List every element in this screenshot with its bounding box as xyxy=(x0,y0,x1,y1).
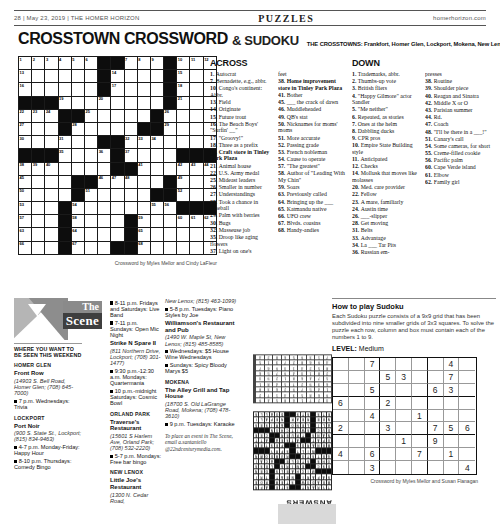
scene-addr: (811 Northern Drive, Lockport; (708) 301… xyxy=(110,348,162,367)
crossword-black-cell xyxy=(125,242,137,254)
answer-letter-cell: I xyxy=(254,459,258,463)
crossword-cell[interactable]: 2 xyxy=(32,57,44,69)
crossword-cell[interactable] xyxy=(98,110,110,122)
sudoku-cell[interactable] xyxy=(444,435,460,448)
sudoku-cell[interactable] xyxy=(428,461,444,474)
crossword-cell[interactable]: 21 xyxy=(177,97,189,109)
crossword-black-cell xyxy=(32,97,44,109)
crossword-cell[interactable] xyxy=(45,70,57,82)
answer-letter-cell: S xyxy=(285,438,289,442)
sudoku-cell[interactable] xyxy=(365,435,381,448)
crossword-cell[interactable] xyxy=(164,163,176,175)
clue: 28. Get moving xyxy=(352,220,420,227)
sudoku-cell[interactable] xyxy=(396,410,412,423)
sudoku-cell[interactable] xyxy=(349,461,365,474)
clue: 46. Muddleheaded xyxy=(278,106,348,113)
clue: 48. "I'll be there in a ___!" xyxy=(425,129,495,136)
crossword-cell[interactable]: 31 xyxy=(59,136,71,148)
crossword-black-cell xyxy=(164,83,176,95)
crossword-cell[interactable]: 54 xyxy=(72,202,84,214)
crossword-cell[interactable] xyxy=(45,202,57,214)
crossword-cell[interactable]: 32 xyxy=(125,136,137,148)
crossword-cell[interactable] xyxy=(32,83,44,95)
answer-letter-cell: A xyxy=(259,459,263,463)
crossword-cell[interactable] xyxy=(72,163,84,175)
crossword-cell[interactable]: 60 xyxy=(177,215,189,227)
clue: 25. Mideast leaders xyxy=(210,177,274,184)
answer-letter-cell: A xyxy=(265,418,269,422)
scene-addr: (15601 S Harlem Ave, Orland Park; (708) … xyxy=(110,433,162,452)
sudoku-cell[interactable] xyxy=(459,435,475,448)
crossword-cell[interactable] xyxy=(59,70,71,82)
crossword-cell[interactable]: 24 xyxy=(45,110,57,122)
crossword-cell[interactable] xyxy=(59,83,71,95)
crossword-cell[interactable]: 7 xyxy=(125,57,137,69)
bullet-square-icon xyxy=(165,308,168,311)
answer-letter-cell: C xyxy=(265,433,269,437)
crossword-cell[interactable]: 59 xyxy=(138,215,150,227)
crossword-cell[interactable] xyxy=(45,83,57,95)
crossword-cell[interactable] xyxy=(111,202,123,214)
sudoku-cell[interactable] xyxy=(349,358,365,371)
crossword-cell[interactable]: 49 xyxy=(177,176,189,188)
crossword-cell[interactable]: 67 xyxy=(72,242,84,254)
sudoku-cell[interactable] xyxy=(349,384,365,397)
crossword-grid[interactable]: 1234567891011121314151617181920212223242… xyxy=(18,56,217,255)
answer-letter-cell: S xyxy=(285,485,289,489)
crossword-cell[interactable] xyxy=(98,202,110,214)
newspaper-puzzles-page: 28 | May 23, 2019 | THE HOMER HORIZON PU… xyxy=(0,0,500,524)
sudoku-cell[interactable] xyxy=(380,384,396,397)
sudoku-cell[interactable] xyxy=(333,384,349,397)
crossword-cell[interactable] xyxy=(98,123,110,135)
crossword-cell[interactable]: 36 xyxy=(98,149,110,161)
answer-black-cell xyxy=(270,475,274,479)
crossword-cell[interactable]: 50 xyxy=(19,189,31,201)
crossword-black-cell xyxy=(59,215,71,227)
crossword-cell[interactable]: 47 xyxy=(111,176,123,188)
sudoku-cell[interactable] xyxy=(428,397,444,410)
crossword-cell[interactable]: 39 xyxy=(32,163,44,175)
sudoku-cell[interactable] xyxy=(349,371,365,384)
crossword-cell[interactable] xyxy=(98,163,110,175)
crossword-cell[interactable] xyxy=(59,176,71,188)
crossword-cell[interactable]: 48 xyxy=(125,176,137,188)
crossword-cell[interactable] xyxy=(85,242,97,254)
clue: 10. Empire State Building style xyxy=(352,142,420,155)
answer-letter-cell: T xyxy=(285,480,289,484)
sudoku-cell[interactable] xyxy=(459,448,475,461)
sudoku-cell[interactable] xyxy=(333,435,349,448)
sudoku-cell[interactable] xyxy=(412,435,428,448)
crossword-cell[interactable] xyxy=(45,228,57,240)
crossword-cell[interactable]: 42 xyxy=(177,163,189,175)
crossword-cell[interactable] xyxy=(190,97,202,109)
crossword-cell[interactable]: 1 xyxy=(19,57,31,69)
crossword-cell[interactable] xyxy=(138,202,150,214)
crossword-cell[interactable] xyxy=(177,110,189,122)
crossword-black-cell xyxy=(111,136,123,148)
crossword-cell[interactable] xyxy=(190,83,202,95)
sudoku-cell[interactable] xyxy=(349,397,365,410)
crossword-cell[interactable]: 29 xyxy=(164,123,176,135)
answer-digit-cell: 5 xyxy=(265,371,272,375)
crossword-cell[interactable] xyxy=(190,189,202,201)
crossword-cell[interactable] xyxy=(45,189,57,201)
crossword-cell[interactable]: 45 xyxy=(19,176,31,188)
crossword-cell[interactable]: 52 xyxy=(177,189,189,201)
sudoku-grid[interactable]: 7453756362412375619467134 xyxy=(332,357,477,475)
crossword-cell[interactable]: 25 xyxy=(85,110,97,122)
crossword-cell[interactable] xyxy=(32,176,44,188)
crossword-cell[interactable] xyxy=(45,215,57,227)
crossword-cell[interactable] xyxy=(32,228,44,240)
crossword-cell[interactable] xyxy=(151,215,163,227)
crossword-cell[interactable] xyxy=(164,228,176,240)
answer-letter-cell: A xyxy=(275,438,279,442)
sudoku-cell[interactable] xyxy=(380,358,396,371)
answer-letter-cell: A xyxy=(270,413,274,417)
crossword-cell[interactable] xyxy=(138,189,150,201)
crossword-cell[interactable]: 16 xyxy=(19,83,31,95)
scene-venue: Little Joe's Restaurant xyxy=(110,477,162,490)
crossword-cell[interactable] xyxy=(138,176,150,188)
sudoku-cell[interactable] xyxy=(380,410,396,423)
crossword-cell[interactable] xyxy=(72,70,84,82)
crossword-cell[interactable]: 68 xyxy=(138,242,150,254)
crossword-cell[interactable]: 56 xyxy=(164,202,176,214)
crossword-cell[interactable] xyxy=(138,97,150,109)
logo-scene: Scene xyxy=(63,313,102,329)
clue: 40. Reagan and Sinatra xyxy=(425,93,495,100)
answer-letter-cell: E xyxy=(285,475,289,479)
crossword-cell[interactable] xyxy=(138,70,150,82)
crossword-cell[interactable] xyxy=(177,123,189,135)
crossword-cell[interactable] xyxy=(125,202,137,214)
sudoku-cell[interactable] xyxy=(365,397,381,410)
crossword-cell[interactable]: 66 xyxy=(19,242,31,254)
answer-letter-cell: L xyxy=(265,413,269,417)
crossword-cell[interactable]: 46 xyxy=(98,176,110,188)
sudoku-cell[interactable] xyxy=(349,422,365,435)
clue: 24. Austin time xyxy=(352,206,420,213)
crossword-cell[interactable] xyxy=(85,215,97,227)
sudoku-cell[interactable] xyxy=(459,358,475,371)
crossword-cell[interactable]: 63 xyxy=(19,228,31,240)
crossword-cell[interactable] xyxy=(111,123,123,135)
crossword-black-cell xyxy=(59,110,71,122)
answer-digit-cell: 5 xyxy=(282,382,289,386)
crossword-cell[interactable] xyxy=(32,242,44,254)
crossword-cell[interactable]: 23 xyxy=(32,110,44,122)
crossword-cell[interactable] xyxy=(45,136,57,148)
crossword-cell[interactable]: 4 xyxy=(59,57,71,69)
sudoku-cell[interactable] xyxy=(380,435,396,448)
crossword-cell[interactable] xyxy=(111,228,123,240)
crossword-black-cell xyxy=(190,202,202,214)
crossword-cell[interactable] xyxy=(125,83,137,95)
sudoku-cell[interactable] xyxy=(444,461,460,474)
level-value: Medium xyxy=(359,345,384,352)
crossword-cell[interactable] xyxy=(125,189,137,201)
crossword-cell[interactable] xyxy=(85,97,97,109)
crossword-black-cell xyxy=(98,70,110,82)
crossword-cell[interactable] xyxy=(59,163,71,175)
crossword-cell[interactable]: 55 xyxy=(151,202,163,214)
crossword-cell[interactable]: 35 xyxy=(59,149,71,161)
crossword-cell[interactable]: 13 xyxy=(19,70,31,82)
crossword-black-cell xyxy=(125,228,137,240)
crossword-cell[interactable]: 38 xyxy=(19,163,31,175)
crossword-cell[interactable]: 58 xyxy=(72,215,84,227)
clue: 67. Blvds. cousins xyxy=(278,220,348,227)
crossword-cell[interactable] xyxy=(85,123,97,135)
sudoku-cell[interactable] xyxy=(349,435,365,448)
crossword-cell[interactable] xyxy=(151,70,163,82)
sudoku-cell[interactable] xyxy=(396,422,412,435)
sudoku-cell[interactable] xyxy=(444,397,460,410)
sudoku-cell[interactable] xyxy=(380,448,396,461)
scene-city: NEW LENOX xyxy=(110,469,162,475)
sudoku-cell[interactable] xyxy=(396,384,412,397)
crossword-cell[interactable] xyxy=(85,149,97,161)
answer-digit-cell: 2 xyxy=(290,360,297,364)
sudoku-cell[interactable] xyxy=(333,461,349,474)
clue-number: 28 xyxy=(72,122,76,127)
crossword-cell[interactable]: 27 xyxy=(19,123,31,135)
crossword-cell[interactable] xyxy=(98,228,110,240)
answer-letter-cell: A xyxy=(311,444,315,448)
crossword-cell[interactable]: 22 xyxy=(19,110,31,122)
answer-letter-cell: S xyxy=(259,464,263,468)
crossword-cell[interactable] xyxy=(72,149,84,161)
sudoku-given: 7 xyxy=(412,448,428,461)
crossword-cell[interactable] xyxy=(32,123,44,135)
sudoku-cell[interactable] xyxy=(396,397,412,410)
crossword-cell[interactable]: 26 xyxy=(164,110,176,122)
crossword-cell[interactable] xyxy=(177,228,189,240)
crossword-cell[interactable]: 43 xyxy=(190,163,202,175)
crossword-cell[interactable]: 19 xyxy=(59,97,71,109)
crossword-cell[interactable]: 37 xyxy=(125,149,137,161)
website-url[interactable]: homerhorizon.com xyxy=(433,15,486,21)
crossword-cell[interactable]: 20 xyxy=(98,97,110,109)
crossword-cell[interactable] xyxy=(45,176,57,188)
crossword-cell[interactable] xyxy=(151,176,163,188)
crossword-cell[interactable]: 34 xyxy=(151,136,163,148)
crossword-cell[interactable] xyxy=(125,97,137,109)
sudoku-cell[interactable] xyxy=(349,448,365,461)
answer-digit-cell: 3 xyxy=(265,387,272,391)
clue-number: 47 xyxy=(112,175,116,180)
crossword-cell[interactable] xyxy=(190,242,202,254)
crossword-cell[interactable] xyxy=(32,70,44,82)
crossword-cell[interactable] xyxy=(190,123,202,135)
crossword-cell[interactable]: 40 xyxy=(45,163,57,175)
sudoku-cell[interactable] xyxy=(459,397,475,410)
sudoku-cell[interactable] xyxy=(444,410,460,423)
crossword-cell[interactable] xyxy=(151,163,163,175)
clue: 26. Smaller in number xyxy=(210,184,274,191)
clue: 27. Understandings xyxy=(210,191,274,198)
crossword-cell[interactable] xyxy=(85,83,97,95)
crossword-cell[interactable]: 17 xyxy=(111,83,123,95)
crossword-cell[interactable] xyxy=(190,70,202,82)
sudoku-cell[interactable] xyxy=(412,422,428,435)
crossword-cell[interactable] xyxy=(32,189,44,201)
crossword-cell[interactable]: 64 xyxy=(72,228,84,240)
crossword-cell[interactable] xyxy=(151,97,163,109)
crossword-cell[interactable] xyxy=(85,202,97,214)
crossword-cell[interactable] xyxy=(151,242,163,254)
crossword-cell[interactable] xyxy=(98,242,110,254)
sudoku-cell[interactable] xyxy=(459,384,475,397)
answer-letter-cell: E xyxy=(259,433,263,437)
crossword-cell[interactable]: 41 xyxy=(138,163,150,175)
crossword-cell[interactable]: 65 xyxy=(138,228,150,240)
sudoku-cell[interactable] xyxy=(365,422,381,435)
crossword-cell[interactable] xyxy=(190,136,202,148)
crossword-cell[interactable] xyxy=(72,136,84,148)
crossword-cell[interactable]: 51 xyxy=(85,189,97,201)
answer-letter-cell: L xyxy=(259,413,263,417)
crossword-cell[interactable] xyxy=(138,83,150,95)
crossword-cell[interactable] xyxy=(125,110,137,122)
crossword-cell[interactable] xyxy=(111,189,123,201)
crossword-cell[interactable]: 28 xyxy=(72,123,84,135)
sudoku-cell[interactable] xyxy=(349,410,365,423)
crossword-cell[interactable] xyxy=(85,228,97,240)
answer-letter-cell: E xyxy=(254,433,258,437)
crossword-cell[interactable] xyxy=(190,176,202,188)
crossword-cell[interactable] xyxy=(190,228,202,240)
crossword-cell[interactable]: 3 xyxy=(45,57,57,69)
sudoku-cell[interactable] xyxy=(412,397,428,410)
crossword-cell[interactable] xyxy=(125,70,137,82)
crossword-cell[interactable]: 15 xyxy=(177,70,189,82)
crossword-cell[interactable] xyxy=(32,215,44,227)
crossword-cell[interactable]: 9 xyxy=(151,57,163,69)
crossword-cell[interactable] xyxy=(177,136,189,148)
crossword-cell[interactable] xyxy=(151,149,163,161)
sudoku-cell[interactable] xyxy=(333,410,349,423)
crossword-cell[interactable] xyxy=(85,70,97,82)
crossword-cell[interactable] xyxy=(164,215,176,227)
crossword-cell[interactable]: 5 xyxy=(72,57,84,69)
crossword-cell[interactable] xyxy=(111,215,123,227)
bullet-square-icon xyxy=(14,400,17,403)
crossword-cell[interactable] xyxy=(151,83,163,95)
crossword-black-cell xyxy=(59,242,71,254)
answer-letter-cell: N xyxy=(316,444,320,448)
answer-digit-cell: 5 xyxy=(315,366,322,370)
clue-number: 67 xyxy=(72,241,76,246)
answer-letter-cell: D xyxy=(327,464,331,468)
answer-digit-cell: 6 xyxy=(324,382,331,386)
sudoku-cell[interactable] xyxy=(428,358,444,371)
crossword-cell[interactable] xyxy=(98,189,110,201)
crossword-cell[interactable]: 14 xyxy=(111,70,123,82)
crossword-cell[interactable] xyxy=(138,110,150,122)
sudoku-cell[interactable] xyxy=(365,371,381,384)
sudoku-cell[interactable] xyxy=(412,358,428,371)
crossword-cell[interactable] xyxy=(59,189,71,201)
crossword-cell[interactable] xyxy=(72,97,84,109)
crossword-cell[interactable] xyxy=(32,136,44,148)
crossword-cell[interactable] xyxy=(164,136,176,148)
crossword-cell[interactable] xyxy=(177,242,189,254)
crossword-cell[interactable] xyxy=(111,110,123,122)
crossword-cell[interactable]: 10 xyxy=(177,57,189,69)
crossword-cell[interactable] xyxy=(138,149,150,161)
clue: 23. A mare, familiarly xyxy=(352,199,420,206)
sudoku-cell[interactable] xyxy=(428,371,444,384)
crossword-cell[interactable] xyxy=(190,110,202,122)
crossword-cell[interactable] xyxy=(164,149,176,161)
crossword-cell[interactable]: 33 xyxy=(138,136,150,148)
crossword-cell[interactable] xyxy=(45,123,57,135)
clue: 7. Bernadette, e.g., abbr. xyxy=(210,78,274,85)
crossword-cell[interactable]: 57 xyxy=(19,215,31,227)
clue: 43. Parisian summer xyxy=(425,107,495,114)
sudoku-cell[interactable] xyxy=(459,371,475,384)
answer-letter-cell: D xyxy=(270,454,274,458)
answer-black-cell xyxy=(270,470,274,474)
sudoku-cell[interactable] xyxy=(333,371,349,384)
sudoku-cell[interactable] xyxy=(412,371,428,384)
answer-letter-cell: R xyxy=(265,480,269,484)
crossword-cell[interactable] xyxy=(32,202,44,214)
crossword-cell[interactable] xyxy=(125,123,137,135)
sudoku-cell[interactable] xyxy=(396,461,412,474)
answer-letter-cell: N xyxy=(270,428,274,432)
crossword-cell[interactable] xyxy=(72,83,84,95)
sudoku-cell[interactable] xyxy=(380,461,396,474)
crossword-cell[interactable]: 53 xyxy=(19,202,31,214)
crossword-cell[interactable] xyxy=(164,242,176,254)
sudoku-cell[interactable] xyxy=(412,384,428,397)
crossword-cell[interactable] xyxy=(98,215,110,227)
clue-number: 60 xyxy=(178,215,182,220)
sudoku-cell[interactable] xyxy=(412,461,428,474)
crossword-cell[interactable] xyxy=(45,242,57,254)
sudoku-given: 5 xyxy=(365,384,381,397)
sudoku-cell[interactable] xyxy=(428,410,444,423)
answer-letter-cell: T xyxy=(291,438,295,442)
crossword-cell[interactable]: 11 xyxy=(190,57,202,69)
crossword-cell[interactable] xyxy=(85,136,97,148)
answer-digit-cell: 4 xyxy=(256,355,263,359)
crossword-cell[interactable]: 61 xyxy=(190,215,202,227)
crossword-cell[interactable]: 8 xyxy=(138,57,150,69)
clue: 26. ___-slipper xyxy=(352,213,420,220)
crossword-cell[interactable]: 6 xyxy=(85,57,97,69)
crossword-cell[interactable]: 30 xyxy=(19,136,31,148)
sudoku-cell[interactable] xyxy=(428,448,444,461)
bullet-square-icon xyxy=(165,423,168,426)
answer-black-cell xyxy=(270,438,274,442)
sudoku-cell[interactable] xyxy=(396,448,412,461)
answer-black-cell xyxy=(270,433,274,437)
crossword-cell[interactable] xyxy=(151,228,163,240)
crossword-cell[interactable]: 18 xyxy=(177,83,189,95)
crossword-cell[interactable] xyxy=(85,163,97,175)
sudoku-cell[interactable] xyxy=(459,410,475,423)
sudoku-cell[interactable] xyxy=(333,358,349,371)
crossword-cell[interactable] xyxy=(111,97,123,109)
sudoku-cell[interactable] xyxy=(396,358,412,371)
scene-column-2: 8-11 p.m. Fridays and Saturdays: Live Ba… xyxy=(110,298,162,505)
